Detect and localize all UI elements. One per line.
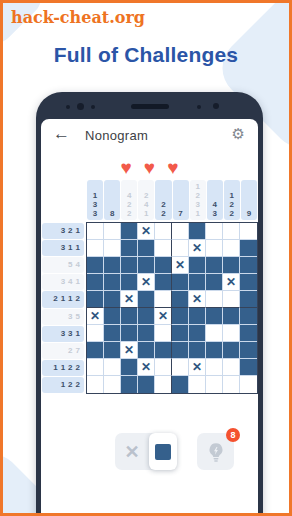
grid-cell-r7c6[interactable]	[172, 325, 189, 342]
column-clue: 133	[87, 180, 103, 220]
fill-tool-button[interactable]	[149, 433, 177, 470]
toolbar: ✕ 8	[41, 433, 258, 470]
row-clue: 27	[42, 343, 84, 359]
grid-cell-r3c3[interactable]	[121, 257, 138, 274]
grid-cell-r5c1[interactable]	[87, 291, 104, 308]
grid-cell-r5c10[interactable]	[240, 291, 257, 308]
grid-cell-r9c1[interactable]	[87, 359, 104, 376]
grid-cell-r5c5[interactable]	[155, 291, 172, 308]
grid-cell-r10c3[interactable]	[121, 376, 138, 393]
grid-cell-r7c5[interactable]	[155, 325, 172, 342]
row-clue: 122	[42, 377, 84, 393]
grid-cell-r8c4[interactable]	[138, 342, 155, 359]
nonogram-board: 13384222412271231431229 3213115434121123…	[42, 180, 258, 394]
grid-cell-r8c5[interactable]	[155, 342, 172, 359]
grid-cell-r8c7[interactable]	[189, 342, 206, 359]
grid-cell-r3c7[interactable]	[189, 257, 206, 274]
phone-screen: ← Nonogram ⚙ ♥♥♥ 13384222412271231431229…	[41, 119, 258, 516]
sensor-dot-icon	[197, 105, 201, 109]
grid-cell-r6c5[interactable]: ✕	[155, 308, 172, 325]
grid-cell-r9c6[interactable]	[172, 359, 189, 376]
app-bar: ← Nonogram ⚙	[41, 119, 258, 153]
grid-cell-r5c8[interactable]	[206, 291, 223, 308]
x-mark-icon: ✕	[124, 441, 139, 463]
lives-row: ♥♥♥	[41, 158, 258, 177]
grid-cell-r3c10[interactable]	[240, 257, 257, 274]
grid-cell-r7c3[interactable]	[121, 325, 138, 342]
grid-cell-r10c10[interactable]	[240, 376, 257, 393]
row-clue: 311	[42, 240, 84, 256]
grid-cell-r6c8[interactable]	[206, 308, 223, 325]
grid-cell-r2c1[interactable]	[87, 240, 104, 257]
grid-cell-r8c6[interactable]	[172, 342, 189, 359]
grid-cell-r4c4[interactable]: ✕	[138, 274, 155, 291]
phone-mockup: ← Nonogram ⚙ ♥♥♥ 13384222412271231431229…	[36, 92, 263, 516]
grid-cell-r6c9[interactable]	[223, 308, 240, 325]
speaker-grille-icon	[131, 104, 169, 109]
grid-cell-r1c5[interactable]	[155, 223, 172, 240]
column-clue: 22	[155, 180, 171, 220]
camera-lens-icon	[77, 103, 84, 110]
heart-icon: ♥	[144, 158, 155, 177]
grid-cell-r5c9[interactable]	[223, 291, 240, 308]
screenshot-frame: hack-cheat.org Full of Challenges ← Nono…	[0, 0, 292, 516]
app-title: Nonogram	[85, 128, 148, 143]
grid-cell-r7c7[interactable]	[189, 325, 206, 342]
grid-cell-r10c4[interactable]	[138, 376, 155, 393]
row-clue: 321	[42, 223, 84, 239]
grid-cell-r4c3[interactable]	[121, 274, 138, 291]
tool-toggle-group: ✕	[115, 433, 177, 470]
back-arrow-icon[interactable]: ←	[53, 124, 70, 144]
hint-count-badge: 8	[226, 428, 240, 442]
grid-cell-r2c7[interactable]: ✕	[189, 240, 206, 257]
column-clues: 13384222412271231431229	[86, 180, 258, 222]
grid-cell-r5c6[interactable]	[172, 291, 189, 308]
grid-cell-r3c8[interactable]	[206, 257, 223, 274]
grid-cell-r5c3[interactable]: ✕	[121, 291, 138, 308]
grid-cell-r1c2[interactable]	[104, 223, 121, 240]
grid-cell-r4c6[interactable]	[172, 274, 189, 291]
grid-cell-r6c4[interactable]	[138, 308, 155, 325]
grid-cell-r8c3[interactable]: ✕	[121, 342, 138, 359]
column-clue: 422	[121, 180, 137, 220]
grid-cell-r6c1[interactable]: ✕	[87, 308, 104, 325]
grid-cell-r6c2[interactable]	[104, 308, 121, 325]
grid-cell-r8c10[interactable]	[240, 342, 257, 359]
grid-cell-r8c2[interactable]	[104, 342, 121, 359]
grid-cell-r7c8[interactable]	[206, 325, 223, 342]
x-mark-tool-button[interactable]: ✕	[115, 433, 149, 470]
grid-cell-r10c7[interactable]	[189, 376, 206, 393]
grid-cell-r3c2[interactable]	[104, 257, 121, 274]
fill-square-icon	[155, 444, 171, 460]
grid-cell-r1c4[interactable]: ✕	[138, 223, 155, 240]
grid-cell-r5c4[interactable]	[138, 291, 155, 308]
grid-cell-r3c4[interactable]	[138, 257, 155, 274]
grid-cell-r2c3[interactable]	[121, 240, 138, 257]
puzzle-grid: ✕✕✕✕✕✕✕✕✕✕✕✕	[86, 222, 258, 394]
row-clue: 331	[42, 326, 84, 342]
grid-cell-r10c5[interactable]	[155, 376, 172, 393]
sensor-dot-icon	[91, 105, 95, 109]
grid-cell-r1c1[interactable]	[87, 223, 104, 240]
grid-cell-r4c7[interactable]	[189, 274, 206, 291]
grid-cell-r3c5[interactable]	[155, 257, 172, 274]
grid-cell-r7c1[interactable]	[87, 325, 104, 342]
camera-lens-icon	[213, 103, 219, 109]
lightbulb-icon	[205, 441, 227, 463]
grid-cell-r4c1[interactable]	[87, 274, 104, 291]
grid-cell-r4c10[interactable]	[240, 274, 257, 291]
grid-cell-r4c9[interactable]: ✕	[223, 274, 240, 291]
grid-cell-r9c5[interactable]	[155, 359, 172, 376]
grid-cell-r1c9[interactable]	[223, 223, 240, 240]
row-clue: 341	[42, 274, 84, 290]
grid-cell-r6c6[interactable]	[172, 308, 189, 325]
grid-cell-r7c9[interactable]	[223, 325, 240, 342]
grid-cell-r1c3[interactable]	[121, 223, 138, 240]
grid-cell-r9c8[interactable]	[206, 359, 223, 376]
grid-cell-r2c4[interactable]	[138, 240, 155, 257]
heart-icon: ♥	[167, 158, 178, 177]
grid-cell-r10c6[interactable]	[172, 376, 189, 393]
grid-cell-r1c6[interactable]	[172, 223, 189, 240]
settings-gear-icon[interactable]: ⚙	[232, 125, 245, 143]
grid-cell-r7c4[interactable]	[138, 325, 155, 342]
grid-cell-r7c2[interactable]	[104, 325, 121, 342]
grid-cell-r8c1[interactable]	[87, 342, 104, 359]
grid-cell-r4c5[interactable]	[155, 274, 172, 291]
grid-cell-r2c9[interactable]	[223, 240, 240, 257]
headline: Full of Challenges	[3, 43, 289, 67]
grid-cell-r4c2[interactable]	[104, 274, 121, 291]
grid-cell-r2c2[interactable]	[104, 240, 121, 257]
grid-cell-r9c3[interactable]	[121, 359, 138, 376]
grid-cell-r3c1[interactable]	[87, 257, 104, 274]
grid-cell-r9c7[interactable]: ✕	[189, 359, 206, 376]
column-clue: 43	[207, 180, 223, 220]
grid-cell-r8c8[interactable]	[206, 342, 223, 359]
row-clue: 54	[42, 257, 84, 273]
grid-cell-r10c2[interactable]	[104, 376, 121, 393]
grid-cell-r2c10[interactable]	[240, 240, 257, 257]
grid-cell-r7c10[interactable]	[240, 325, 257, 342]
grid-cell-r10c1[interactable]	[87, 376, 104, 393]
grid-cell-r9c10[interactable]	[240, 359, 257, 376]
row-clue: 1122	[42, 360, 84, 376]
grid-cell-r6c7[interactable]	[189, 308, 206, 325]
column-clue: 9	[241, 180, 257, 220]
grid-cell-r6c10[interactable]	[240, 308, 257, 325]
heart-icon: ♥	[121, 158, 132, 177]
column-clue: 7	[173, 180, 189, 220]
grid-cell-r2c8[interactable]	[206, 240, 223, 257]
column-clue: 122	[224, 180, 240, 220]
grid-cell-r5c2[interactable]	[104, 291, 121, 308]
grid-cell-r4c8[interactable]	[206, 274, 223, 291]
grid-cell-r9c2[interactable]	[104, 359, 121, 376]
grid-cell-r6c3[interactable]	[121, 308, 138, 325]
column-clue: 241	[138, 180, 154, 220]
grid-cell-r1c10[interactable]	[240, 223, 257, 240]
sensor-dot-icon	[66, 105, 70, 109]
grid-cell-r1c8[interactable]	[206, 223, 223, 240]
grid-cell-r3c6[interactable]: ✕	[172, 257, 189, 274]
row-clues: 32131154341211235331271122122	[42, 222, 86, 394]
watermark: hack-cheat.org	[11, 8, 145, 27]
grid-cell-r1c7[interactable]	[189, 223, 206, 240]
grid-cell-r8c9[interactable]	[223, 342, 240, 359]
column-clue: 8	[104, 180, 120, 220]
row-clue: 2112	[42, 291, 84, 307]
row-clue: 35	[42, 309, 84, 325]
hint-button[interactable]: 8	[197, 433, 234, 470]
grid-cell-r2c6[interactable]	[172, 240, 189, 257]
grid-cell-r5c7[interactable]: ✕	[189, 291, 206, 308]
grid-cell-r10c9[interactable]	[223, 376, 240, 393]
grid-cell-r10c8[interactable]	[206, 376, 223, 393]
grid-cell-r3c9[interactable]	[223, 257, 240, 274]
grid-cell-r9c9[interactable]	[223, 359, 240, 376]
column-clue: 1231	[190, 180, 206, 220]
board-corner	[42, 180, 86, 222]
grid-cell-r9c4[interactable]: ✕	[138, 359, 155, 376]
grid-cell-r2c5[interactable]	[155, 240, 172, 257]
